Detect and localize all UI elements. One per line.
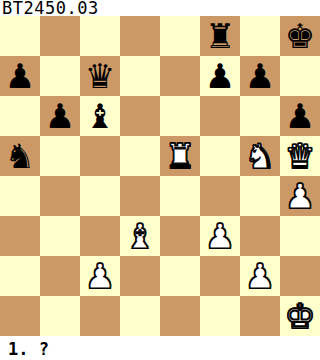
square-a7[interactable]: ♟	[0, 56, 40, 96]
square-f8[interactable]: ♜	[200, 16, 240, 56]
square-a5[interactable]: ♞	[0, 136, 40, 176]
square-c4[interactable]	[80, 176, 120, 216]
square-g3[interactable]	[240, 216, 280, 256]
move-prompt: 1. ?	[0, 336, 320, 360]
square-h4[interactable]: ♟	[280, 176, 320, 216]
square-e1[interactable]	[160, 296, 200, 336]
square-a8[interactable]	[0, 16, 40, 56]
square-c2[interactable]: ♟	[80, 256, 120, 296]
black-pawn[interactable]: ♟	[285, 96, 315, 136]
square-a4[interactable]	[0, 176, 40, 216]
black-pawn[interactable]: ♟	[245, 56, 275, 96]
square-b3[interactable]	[40, 216, 80, 256]
white-knight[interactable]: ♞	[245, 136, 275, 176]
black-pawn[interactable]: ♟	[45, 96, 75, 136]
square-e7[interactable]	[160, 56, 200, 96]
square-d2[interactable]	[120, 256, 160, 296]
square-b5[interactable]	[40, 136, 80, 176]
square-h6[interactable]: ♟	[280, 96, 320, 136]
square-h1[interactable]: ♚	[280, 296, 320, 336]
square-c1[interactable]	[80, 296, 120, 336]
square-g2[interactable]: ♟	[240, 256, 280, 296]
square-h8[interactable]: ♚	[280, 16, 320, 56]
square-b7[interactable]	[40, 56, 80, 96]
square-d7[interactable]	[120, 56, 160, 96]
puzzle-title: BT2450.03	[0, 0, 320, 16]
chess-board: ♜♚♟♛♟♟♟♝♟♞♜♞♛♟♝♟♟♟♚	[0, 16, 320, 336]
square-b1[interactable]	[40, 296, 80, 336]
square-h2[interactable]	[280, 256, 320, 296]
white-king[interactable]: ♚	[285, 296, 315, 336]
square-c6[interactable]: ♝	[80, 96, 120, 136]
square-b8[interactable]	[40, 16, 80, 56]
square-a3[interactable]	[0, 216, 40, 256]
square-d4[interactable]	[120, 176, 160, 216]
white-pawn[interactable]: ♟	[85, 256, 115, 296]
square-g6[interactable]	[240, 96, 280, 136]
white-queen[interactable]: ♛	[285, 136, 315, 176]
white-pawn[interactable]: ♟	[245, 256, 275, 296]
square-f4[interactable]	[200, 176, 240, 216]
square-c8[interactable]	[80, 16, 120, 56]
square-e3[interactable]	[160, 216, 200, 256]
square-h3[interactable]	[280, 216, 320, 256]
white-pawn[interactable]: ♟	[285, 176, 315, 216]
square-g1[interactable]	[240, 296, 280, 336]
square-g4[interactable]	[240, 176, 280, 216]
black-king[interactable]: ♚	[285, 16, 315, 56]
black-pawn[interactable]: ♟	[5, 56, 35, 96]
square-g5[interactable]: ♞	[240, 136, 280, 176]
square-e4[interactable]	[160, 176, 200, 216]
square-f1[interactable]	[200, 296, 240, 336]
square-h7[interactable]	[280, 56, 320, 96]
square-f6[interactable]	[200, 96, 240, 136]
square-e2[interactable]	[160, 256, 200, 296]
square-f5[interactable]	[200, 136, 240, 176]
black-knight[interactable]: ♞	[5, 136, 35, 176]
square-c5[interactable]	[80, 136, 120, 176]
square-d8[interactable]	[120, 16, 160, 56]
black-bishop[interactable]: ♝	[85, 96, 115, 136]
square-g8[interactable]	[240, 16, 280, 56]
black-queen[interactable]: ♛	[85, 56, 115, 96]
square-e6[interactable]	[160, 96, 200, 136]
square-d1[interactable]	[120, 296, 160, 336]
black-pawn[interactable]: ♟	[205, 56, 235, 96]
square-f2[interactable]	[200, 256, 240, 296]
square-b6[interactable]: ♟	[40, 96, 80, 136]
square-b2[interactable]	[40, 256, 80, 296]
square-e8[interactable]	[160, 16, 200, 56]
square-c7[interactable]: ♛	[80, 56, 120, 96]
square-d6[interactable]	[120, 96, 160, 136]
square-f7[interactable]: ♟	[200, 56, 240, 96]
white-bishop[interactable]: ♝	[125, 216, 155, 256]
square-a2[interactable]	[0, 256, 40, 296]
chess-puzzle-window: BT2450.03 ♜♚♟♛♟♟♟♝♟♞♜♞♛♟♝♟♟♟♚ 1. ?	[0, 0, 320, 360]
square-e5[interactable]: ♜	[160, 136, 200, 176]
black-rook[interactable]: ♜	[205, 16, 235, 56]
square-d5[interactable]	[120, 136, 160, 176]
square-c3[interactable]	[80, 216, 120, 256]
square-a6[interactable]	[0, 96, 40, 136]
square-f3[interactable]: ♟	[200, 216, 240, 256]
white-pawn[interactable]: ♟	[205, 216, 235, 256]
square-h5[interactable]: ♛	[280, 136, 320, 176]
square-d3[interactable]: ♝	[120, 216, 160, 256]
square-b4[interactable]	[40, 176, 80, 216]
white-rook[interactable]: ♜	[165, 136, 195, 176]
square-g7[interactable]: ♟	[240, 56, 280, 96]
square-a1[interactable]	[0, 296, 40, 336]
